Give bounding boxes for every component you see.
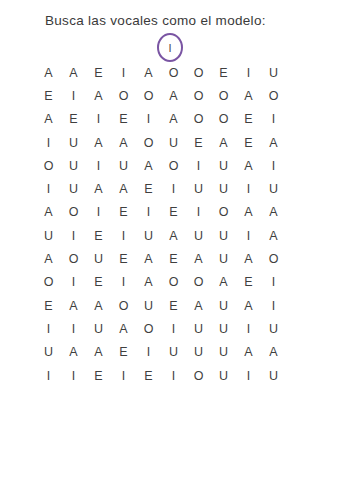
grid-cell[interactable]: I	[61, 317, 86, 340]
grid-cell[interactable]: U	[36, 341, 61, 364]
grid-cell[interactable]: U	[211, 294, 236, 317]
grid-cell[interactable]: E	[86, 364, 111, 387]
grid-cell[interactable]: U	[211, 317, 236, 340]
grid-cell[interactable]: I	[236, 364, 261, 387]
grid-cell[interactable]: I	[86, 201, 111, 224]
grid-cell[interactable]: E	[111, 201, 136, 224]
grid-cell[interactable]: U	[211, 247, 236, 270]
grid-cell[interactable]: U	[186, 317, 211, 340]
grid-cell[interactable]: E	[161, 294, 186, 317]
grid-cell[interactable]: A	[211, 271, 236, 294]
grid-cell[interactable]: U	[61, 154, 86, 177]
grid-cell[interactable]: I	[36, 364, 61, 387]
grid-cell[interactable]: A	[161, 224, 186, 247]
grid-cell[interactable]: E	[86, 61, 111, 84]
grid-cell[interactable]: E	[211, 61, 236, 84]
grid-cell[interactable]: U	[186, 224, 211, 247]
grid-cell[interactable]: E	[111, 108, 136, 131]
grid-cell[interactable]: A	[236, 201, 261, 224]
grid-cell[interactable]: U	[261, 364, 286, 387]
grid-cell[interactable]: I	[111, 61, 136, 84]
grid-cell[interactable]: I	[111, 271, 136, 294]
grid-cell[interactable]: E	[36, 294, 61, 317]
grid-cell[interactable]: E	[236, 108, 261, 131]
grid-cell[interactable]: I	[236, 177, 261, 200]
grid-cell[interactable]: O	[111, 294, 136, 317]
grid-cell[interactable]: I	[86, 154, 111, 177]
grid-cell[interactable]: U	[186, 341, 211, 364]
grid-cell[interactable]: I	[36, 317, 61, 340]
grid-cell[interactable]: I	[261, 271, 286, 294]
grid-cell[interactable]: A	[136, 247, 161, 270]
grid-cell[interactable]: A	[186, 247, 211, 270]
grid-cell[interactable]: O	[261, 247, 286, 270]
grid-cell[interactable]: E	[186, 131, 211, 154]
grid-cell[interactable]: I	[236, 61, 261, 84]
grid-cell[interactable]: E	[86, 271, 111, 294]
grid-cell[interactable]: O	[36, 154, 61, 177]
grid-cell[interactable]: I	[161, 364, 186, 387]
grid-cell[interactable]: I	[86, 108, 111, 131]
grid-cell[interactable]: A	[236, 247, 261, 270]
grid-cell[interactable]: O	[136, 317, 161, 340]
grid-cell[interactable]: U	[61, 131, 86, 154]
grid-cell[interactable]: E	[161, 247, 186, 270]
grid-cell[interactable]: I	[186, 154, 211, 177]
grid-cell[interactable]: A	[61, 294, 86, 317]
grid-cell[interactable]: I	[261, 294, 286, 317]
grid-cell[interactable]: I	[36, 131, 61, 154]
grid-cell[interactable]: E	[61, 108, 86, 131]
page-title: Busca las vocales como el modelo:	[45, 13, 266, 28]
grid-cell[interactable]: I	[261, 154, 286, 177]
grid-cell[interactable]: A	[261, 224, 286, 247]
grid-cell[interactable]: A	[36, 201, 61, 224]
grid-cell[interactable]: A	[61, 61, 86, 84]
grid-cell[interactable]: I	[136, 201, 161, 224]
grid-cell[interactable]: A	[261, 201, 286, 224]
grid-cell[interactable]: I	[61, 271, 86, 294]
grid-cell[interactable]: A	[161, 108, 186, 131]
grid-cell[interactable]: I	[61, 84, 86, 107]
grid-cell[interactable]: U	[161, 131, 186, 154]
grid-cell[interactable]: I	[261, 108, 286, 131]
grid-cell[interactable]: E	[111, 341, 136, 364]
grid-cell[interactable]: A	[36, 61, 61, 84]
grid-cell[interactable]: A	[61, 341, 86, 364]
grid-cell[interactable]: I	[36, 177, 61, 200]
grid-cell[interactable]: U	[261, 177, 286, 200]
grid-cell[interactable]: A	[86, 131, 111, 154]
grid-cell[interactable]: U	[136, 294, 161, 317]
grid-cell[interactable]: A	[236, 154, 261, 177]
grid-cell[interactable]: O	[211, 201, 236, 224]
grid-cell[interactable]: A	[136, 271, 161, 294]
grid-cell[interactable]: U	[136, 224, 161, 247]
grid-cell[interactable]: I	[61, 224, 86, 247]
grid-cell[interactable]: A	[211, 131, 236, 154]
grid-cell[interactable]: O	[261, 84, 286, 107]
grid-cell[interactable]: O	[136, 84, 161, 107]
grid-cell[interactable]: E	[161, 201, 186, 224]
model-letter: I	[168, 42, 171, 54]
grid-cell[interactable]: O	[186, 271, 211, 294]
grid-cell[interactable]: A	[36, 108, 61, 131]
grid-cell[interactable]: U	[86, 247, 111, 270]
grid-cell[interactable]: A	[86, 177, 111, 200]
worksheet-page: Busca las vocales como el modelo: I AAEI…	[0, 0, 340, 480]
grid-cell[interactable]: A	[186, 294, 211, 317]
grid-cell[interactable]: A	[161, 84, 186, 107]
grid-cell[interactable]: U	[261, 61, 286, 84]
grid-cell[interactable]: E	[86, 224, 111, 247]
grid-cell[interactable]: A	[111, 131, 136, 154]
grid-cell[interactable]: A	[36, 247, 61, 270]
grid-cell[interactable]: A	[86, 341, 111, 364]
grid-cell[interactable]: I	[186, 201, 211, 224]
grid-cell[interactable]: I	[111, 364, 136, 387]
grid-cell[interactable]: I	[136, 108, 161, 131]
model-circle-annotation: I	[157, 33, 183, 62]
grid-cell[interactable]: O	[136, 131, 161, 154]
grid-cell[interactable]: U	[186, 177, 211, 200]
grid-cell[interactable]: I	[236, 224, 261, 247]
grid-cell[interactable]: I	[161, 177, 186, 200]
grid-cell[interactable]: O	[161, 271, 186, 294]
grid-cell[interactable]: E	[236, 271, 261, 294]
grid-cell[interactable]: E	[111, 247, 136, 270]
grid-cell[interactable]: O	[211, 108, 236, 131]
grid-cell[interactable]: U	[261, 317, 286, 340]
grid-cell[interactable]: A	[261, 131, 286, 154]
grid-cell[interactable]: O	[161, 61, 186, 84]
grid-cell[interactable]: A	[136, 61, 161, 84]
grid-cell[interactable]: O	[161, 154, 186, 177]
grid-cell[interactable]: A	[236, 294, 261, 317]
grid-cell[interactable]: I	[161, 317, 186, 340]
grid-cell[interactable]: E	[236, 131, 261, 154]
grid-cell[interactable]: U	[161, 341, 186, 364]
grid-cell[interactable]: A	[86, 84, 111, 107]
grid-cell[interactable]: O	[186, 84, 211, 107]
grid-cell[interactable]: A	[111, 177, 136, 200]
grid-cell[interactable]: A	[136, 154, 161, 177]
grid-cell[interactable]: U	[86, 317, 111, 340]
grid-cell[interactable]: E	[136, 177, 161, 200]
letter-grid: AAEIAOOEIUEIAOOAOOAOAEIEIAOOEIIUAAOUEAEA…	[36, 61, 286, 387]
grid-cell[interactable]: A	[261, 341, 286, 364]
grid-cell[interactable]: U	[211, 364, 236, 387]
grid-cell[interactable]: A	[86, 294, 111, 317]
grid-cell[interactable]: O	[186, 364, 211, 387]
grid-cell[interactable]: A	[111, 317, 136, 340]
grid-cell[interactable]: I	[61, 364, 86, 387]
grid-cell[interactable]: U	[211, 177, 236, 200]
grid-cell[interactable]: O	[61, 201, 86, 224]
grid-cell[interactable]: I	[236, 317, 261, 340]
grid-cell[interactable]: O	[61, 247, 86, 270]
grid-cell[interactable]: U	[111, 154, 136, 177]
grid-cell[interactable]: U	[211, 341, 236, 364]
grid-cell[interactable]: I	[111, 224, 136, 247]
grid-cell[interactable]: O	[36, 271, 61, 294]
grid-cell[interactable]: O	[186, 108, 211, 131]
grid-cell[interactable]: O	[111, 84, 136, 107]
grid-cell[interactable]: U	[61, 177, 86, 200]
grid-cell[interactable]: E	[136, 364, 161, 387]
grid-cell[interactable]: I	[136, 341, 161, 364]
grid-cell[interactable]: A	[236, 341, 261, 364]
grid-cell[interactable]: U	[211, 154, 236, 177]
grid-cell[interactable]: E	[36, 84, 61, 107]
grid-cell[interactable]: U	[211, 224, 236, 247]
grid-cell[interactable]: A	[236, 84, 261, 107]
grid-cell[interactable]: O	[211, 84, 236, 107]
grid-cell[interactable]: O	[186, 61, 211, 84]
grid-cell[interactable]: U	[36, 224, 61, 247]
